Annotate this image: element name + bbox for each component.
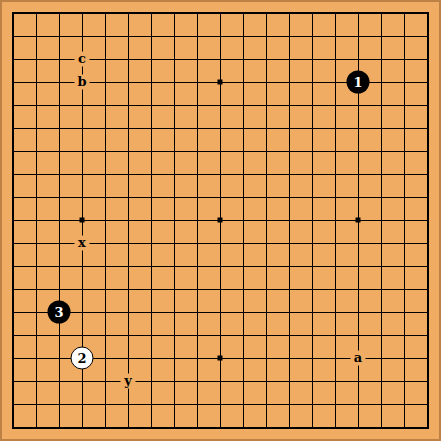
black-stone-1: 1 (347, 71, 370, 94)
point-label-x: x (75, 236, 90, 251)
point-label-a: a (351, 351, 366, 366)
stone-move-number: 3 (54, 306, 63, 319)
star-point (218, 80, 223, 85)
stone-move-number: 1 (353, 76, 362, 89)
black-stone-3: 3 (48, 301, 71, 324)
star-point (218, 356, 223, 361)
go-diagram: abcxy123 (0, 0, 441, 441)
point-label-b: b (75, 75, 90, 90)
white-stone-2: 2 (71, 347, 94, 370)
stone-move-number: 2 (77, 352, 86, 365)
point-label-c: c (75, 52, 90, 67)
star-point (218, 218, 223, 223)
point-label-y: y (121, 374, 136, 389)
star-point (80, 218, 85, 223)
star-point (356, 218, 361, 223)
